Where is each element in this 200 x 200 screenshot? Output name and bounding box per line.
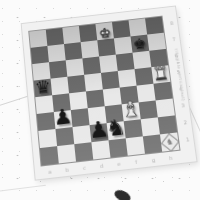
black-knight: ♞ — [105, 116, 127, 140]
square-f8 — [112, 20, 131, 38]
square-e6 — [99, 55, 118, 73]
brand-text: (illegible vertical text) — [174, 48, 186, 101]
square-e7 — [97, 38, 116, 56]
square-d7 — [81, 40, 99, 58]
square-b5 — [51, 77, 69, 96]
chessboard-photo: ♚♚♛♜♟♝♟♞♞ abcdefgh 87654321 (illegible v… — [0, 0, 200, 200]
board-logo: ♞ — [160, 133, 179, 152]
black-king: ♚ — [132, 37, 147, 53]
board-grid: ♚♚♛♜♟♝♟♞♞ — [28, 16, 180, 167]
file-label-a: a — [41, 169, 59, 176]
square-e2: ♞ — [107, 121, 126, 140]
square-g1 — [143, 134, 162, 153]
square-f7 — [114, 36, 133, 54]
black-queen: ♛ — [34, 78, 52, 97]
square-g7: ♚ — [131, 35, 150, 53]
square-b7 — [47, 44, 65, 62]
square-a8 — [29, 30, 47, 48]
surface-edge-line — [0, 185, 46, 192]
black-pawn: ♟ — [52, 106, 73, 129]
square-c4 — [69, 91, 88, 110]
square-a5: ♛ — [34, 79, 52, 98]
square-h5: ♜ — [151, 65, 170, 83]
chess-board: ♚♚♛♜♟♝♟♞♞ abcdefgh 87654321 (illegible v… — [22, 7, 197, 180]
square-h3 — [156, 99, 175, 118]
square-f5 — [118, 69, 137, 87]
rank-label-2: 2 — [183, 113, 189, 130]
square-c6 — [66, 58, 84, 76]
square-b3: ♟ — [54, 110, 73, 129]
square-c1 — [74, 142, 93, 161]
file-label-e: e — [110, 161, 128, 168]
square-b8 — [46, 28, 64, 46]
offboard-object — [113, 188, 133, 200]
square-c7 — [64, 42, 82, 60]
square-d4 — [86, 89, 105, 108]
square-e1 — [109, 138, 128, 157]
square-h4 — [153, 82, 172, 101]
square-g6 — [133, 51, 152, 69]
file-label-f: f — [127, 159, 145, 166]
square-h7 — [147, 33, 166, 51]
square-b1 — [57, 144, 76, 163]
square-d1 — [91, 140, 110, 159]
square-c8 — [62, 26, 80, 44]
square-g5 — [135, 67, 154, 85]
square-d6 — [82, 56, 101, 74]
square-h8 — [145, 17, 164, 35]
square-g2 — [141, 117, 160, 136]
square-b6 — [49, 60, 67, 78]
square-d8 — [79, 24, 97, 42]
file-label-b: b — [58, 167, 76, 174]
file-label-g: g — [145, 157, 163, 164]
square-b2 — [55, 127, 74, 146]
square-g8 — [129, 19, 148, 37]
square-f6 — [116, 53, 135, 71]
square-h2 — [158, 115, 177, 134]
square-e8: ♚ — [95, 22, 113, 40]
square-h1: ♞ — [160, 132, 179, 151]
rank-label-8: 8 — [169, 14, 174, 30]
square-f1 — [126, 136, 145, 155]
square-e5 — [101, 71, 120, 89]
square-e4 — [103, 88, 122, 107]
knight-logo-icon: ♞ — [165, 138, 173, 147]
square-a4 — [35, 95, 54, 114]
square-a1 — [40, 146, 59, 165]
file-label-h: h — [162, 155, 180, 162]
square-d5 — [84, 73, 103, 92]
rank-label-7: 7 — [171, 31, 176, 48]
file-label-d: d — [93, 163, 111, 170]
square-c5 — [67, 75, 86, 94]
square-a7 — [31, 46, 49, 64]
square-a2 — [38, 129, 57, 148]
white-rook: ♜ — [152, 64, 170, 83]
white-king: ♚ — [98, 26, 111, 40]
file-label-c: c — [76, 165, 94, 172]
rank-label-1: 1 — [185, 130, 191, 148]
